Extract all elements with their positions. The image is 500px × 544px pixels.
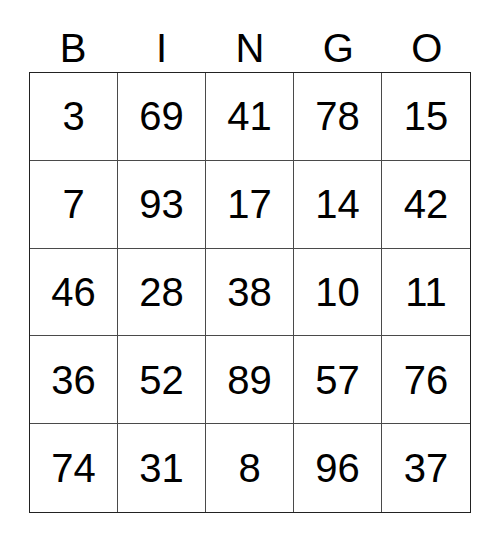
bingo-header: B I N G O bbox=[29, 0, 471, 72]
bingo-cell-r1c1[interactable]: 3 bbox=[30, 73, 118, 161]
bingo-cell-r2c5[interactable]: 42 bbox=[382, 161, 470, 249]
bingo-cell-r1c2[interactable]: 69 bbox=[118, 73, 206, 161]
bingo-cell-r2c1[interactable]: 7 bbox=[30, 161, 118, 249]
bingo-cell-r5c3[interactable]: 8 bbox=[206, 424, 294, 512]
bingo-cell-r4c5[interactable]: 76 bbox=[382, 336, 470, 424]
header-letter-n: N bbox=[206, 0, 294, 72]
bingo-cell-r1c4[interactable]: 78 bbox=[294, 73, 382, 161]
bingo-cell-r2c4[interactable]: 14 bbox=[294, 161, 382, 249]
bingo-cell-r4c1[interactable]: 36 bbox=[30, 336, 118, 424]
header-letter-i: I bbox=[117, 0, 205, 72]
bingo-cell-r1c5[interactable]: 15 bbox=[382, 73, 470, 161]
bingo-cell-r4c2[interactable]: 52 bbox=[118, 336, 206, 424]
bingo-grid: 3 69 41 78 15 7 93 17 14 42 46 28 38 10 … bbox=[29, 72, 471, 513]
bingo-cell-r4c4[interactable]: 57 bbox=[294, 336, 382, 424]
bingo-cell-r3c3[interactable]: 38 bbox=[206, 249, 294, 337]
bingo-cell-r5c4[interactable]: 96 bbox=[294, 424, 382, 512]
bingo-cell-r3c2[interactable]: 28 bbox=[118, 249, 206, 337]
bingo-cell-r1c3[interactable]: 41 bbox=[206, 73, 294, 161]
bingo-cell-r3c4[interactable]: 10 bbox=[294, 249, 382, 337]
bingo-cell-r2c2[interactable]: 93 bbox=[118, 161, 206, 249]
bingo-cell-r3c1[interactable]: 46 bbox=[30, 249, 118, 337]
header-letter-o: O bbox=[383, 0, 471, 72]
header-letter-g: G bbox=[294, 0, 382, 72]
bingo-cell-r3c5[interactable]: 11 bbox=[382, 249, 470, 337]
bingo-cell-r5c1[interactable]: 74 bbox=[30, 424, 118, 512]
bingo-cell-r4c3[interactable]: 89 bbox=[206, 336, 294, 424]
bingo-cell-r2c3[interactable]: 17 bbox=[206, 161, 294, 249]
header-letter-b: B bbox=[29, 0, 117, 72]
bingo-card: B I N G O 3 69 41 78 15 7 93 17 14 42 46… bbox=[0, 0, 500, 544]
bingo-cell-r5c5[interactable]: 37 bbox=[382, 424, 470, 512]
bingo-cell-r5c2[interactable]: 31 bbox=[118, 424, 206, 512]
